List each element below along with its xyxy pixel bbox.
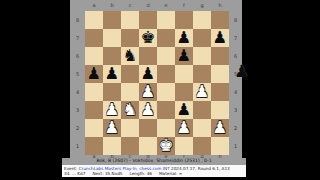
- event-details: 2024.07.17, Round 6.1, A13: [170, 166, 230, 171]
- coord-label-6: 6: [70, 47, 85, 65]
- square-g2: [193, 119, 211, 137]
- event-link[interactable]: CrunchLabs Masters Play-In, chess.com IN…: [79, 166, 170, 171]
- current-move: 34. ... Kd7: [64, 171, 85, 177]
- square-e4: [157, 83, 175, 101]
- square-b3: ♟: [103, 101, 121, 119]
- square-e3: [157, 101, 175, 119]
- square-d5: ♟: [139, 65, 157, 83]
- square-g7: [193, 29, 211, 47]
- square-f2: ♟: [175, 119, 193, 137]
- square-c6: ♞: [121, 47, 139, 65]
- square-a1: [85, 137, 103, 155]
- file-labels-top: abcdefgh: [85, 1, 229, 9]
- square-a3: [85, 101, 103, 119]
- square-b5: ♟: [103, 65, 121, 83]
- square-c2: [121, 119, 139, 137]
- square-e8: [157, 11, 175, 29]
- square-g8: [193, 11, 211, 29]
- board-grid: ♚♟♟♞♟♟♟♟♟♟♟♞♟♟♟♟♟♚: [85, 11, 229, 155]
- square-d2: [139, 119, 157, 137]
- black-pawn: ♟: [177, 47, 192, 65]
- square-e1: ♚: [157, 137, 175, 155]
- square-d6: [139, 47, 157, 65]
- square-g1: [193, 137, 211, 155]
- square-b8: [103, 11, 121, 29]
- square-e6: [157, 47, 175, 65]
- stats-line: 34. ... Kd7 Next: 35.Nxd5 Length: 46 Mat…: [64, 171, 244, 177]
- square-f1: [175, 137, 193, 155]
- black-pawn: ♟: [87, 65, 102, 83]
- material-balance: Material: =: [159, 171, 182, 177]
- square-h7: ♟: [211, 29, 229, 47]
- square-d4: ♟: [139, 83, 157, 101]
- square-d7: ♚: [139, 29, 157, 47]
- black-king: ♚: [141, 29, 156, 47]
- square-e5: [157, 65, 175, 83]
- rank-labels-left: 87654321: [70, 11, 85, 155]
- square-h1: [211, 137, 229, 155]
- white-pawn: ♟: [177, 119, 192, 137]
- white-pawn: ♟: [141, 101, 156, 119]
- black-pawn: ♟: [141, 65, 156, 83]
- coord-label-c: c: [121, 1, 139, 9]
- white-knight: ♞: [123, 101, 138, 119]
- square-f7: ♟: [175, 29, 193, 47]
- square-b7: [103, 29, 121, 47]
- captured-pawn-indicator: ♟: [234, 63, 249, 80]
- square-f5: [175, 65, 193, 83]
- square-h2: ♟: [211, 119, 229, 137]
- coord-label-2: 2: [70, 119, 85, 137]
- square-b6: [103, 47, 121, 65]
- coord-label-1: 1: [70, 137, 85, 155]
- coord-label-8: 8: [229, 11, 242, 29]
- white-pawn: ♟: [213, 119, 228, 137]
- square-a7: [85, 29, 103, 47]
- coord-label-3: 3: [229, 101, 242, 119]
- black-pawn: ♟: [177, 101, 192, 119]
- chess-gif-frame: abcdefgh 87654321 87654321 abcdefgh ♚♟♟♞…: [0, 0, 320, 180]
- white-pawn: ♟: [141, 83, 156, 101]
- coord-label-d: d: [139, 1, 157, 9]
- white-king: ♚: [159, 137, 174, 155]
- square-a4: [85, 83, 103, 101]
- white-pawn: ♟: [105, 101, 120, 119]
- coord-label-1: 1: [229, 137, 242, 155]
- square-c7: [121, 29, 139, 47]
- square-b2: ♟: [103, 119, 121, 137]
- square-d1: [139, 137, 157, 155]
- square-c3: ♞: [121, 101, 139, 119]
- square-e2: [157, 119, 175, 137]
- black-pawn: ♟: [105, 65, 120, 83]
- coord-label-e: e: [157, 1, 175, 9]
- coord-label-f: f: [175, 1, 193, 9]
- square-b1: [103, 137, 121, 155]
- square-g3: [193, 101, 211, 119]
- square-g6: [193, 47, 211, 65]
- event-line: Event: CrunchLabs Masters Play-In, chess…: [64, 166, 244, 172]
- black-pawn: ♟: [213, 29, 228, 47]
- square-a2: [85, 119, 103, 137]
- square-c1: [121, 137, 139, 155]
- square-f3: ♟: [175, 101, 193, 119]
- caption-panel: Event: CrunchLabs Masters Play-In, chess…: [62, 165, 246, 177]
- square-h4: [211, 83, 229, 101]
- square-a8: [85, 11, 103, 29]
- square-a6: [85, 47, 103, 65]
- black-knight: ♞: [123, 47, 138, 65]
- coord-label-g: g: [193, 1, 211, 9]
- coord-label-8: 8: [70, 11, 85, 29]
- square-f8: [175, 11, 193, 29]
- next-move: Next: 35.Nxd5: [92, 171, 122, 177]
- square-h3: [211, 101, 229, 119]
- square-h8: [211, 11, 229, 29]
- coord-label-3: 3: [70, 101, 85, 119]
- coord-label-7: 7: [70, 29, 85, 47]
- white-pawn: ♟: [195, 83, 210, 101]
- square-g4: ♟: [193, 83, 211, 101]
- square-e7: [157, 29, 175, 47]
- event-label: Event:: [64, 166, 79, 171]
- coord-label-2: 2: [229, 119, 242, 137]
- coord-label-5: 5: [70, 65, 85, 83]
- coord-label-7: 7: [229, 29, 242, 47]
- square-c4: [121, 83, 139, 101]
- square-h5: [211, 65, 229, 83]
- coord-label-h: h: [211, 1, 229, 9]
- square-h6: [211, 47, 229, 65]
- coord-label-b: b: [103, 1, 121, 9]
- square-c8: [121, 11, 139, 29]
- square-a5: ♟: [85, 65, 103, 83]
- players-result-line: Bok, B (2607) - Vokhidov, Shamsiddin (25…: [96, 159, 211, 164]
- square-c5: [121, 65, 139, 83]
- square-b4: [103, 83, 121, 101]
- game-length: Length: 46: [129, 171, 152, 177]
- square-g5: [193, 65, 211, 83]
- square-f4: [175, 83, 193, 101]
- black-pawn: ♟: [177, 29, 192, 47]
- coord-label-a: a: [85, 1, 103, 9]
- coord-label-4: 4: [70, 83, 85, 101]
- square-d8: [139, 11, 157, 29]
- coord-label-4: 4: [229, 83, 242, 101]
- square-d3: ♟: [139, 101, 157, 119]
- players-heading-band: Bok, B (2607) - Vokhidov, Shamsiddin (25…: [62, 158, 246, 165]
- white-pawn: ♟: [105, 119, 120, 137]
- rank-labels-right: 87654321: [229, 11, 242, 155]
- square-f6: ♟: [175, 47, 193, 65]
